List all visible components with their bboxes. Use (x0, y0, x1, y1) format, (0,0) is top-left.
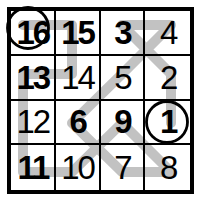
cell-r3c3[interactable]: 9 (101, 101, 146, 146)
cell-r3c1[interactable]: 12 (11, 101, 56, 146)
cell-r1c4[interactable]: 4 (145, 11, 190, 56)
puzzle-board: 16153413145212691111078 (7, 7, 194, 194)
cell-r1c2[interactable]: 15 (56, 11, 101, 56)
cell-r4c3[interactable]: 7 (101, 145, 146, 190)
cell-r2c2[interactable]: 14 (56, 56, 101, 101)
cell-r1c3[interactable]: 3 (101, 11, 146, 56)
cell-r4c4[interactable]: 8 (145, 145, 190, 190)
cell-r2c3[interactable]: 5 (101, 56, 146, 101)
cell-r4c1[interactable]: 11 (11, 145, 56, 190)
cell-r3c2[interactable]: 6 (56, 101, 101, 146)
hidato-puzzle: 16153413145212691111078 (0, 0, 200, 200)
puzzle-grid: 16153413145212691111078 (11, 11, 190, 190)
cell-r2c1[interactable]: 13 (11, 56, 56, 101)
cell-r4c2[interactable]: 10 (56, 145, 101, 190)
cell-r2c4[interactable]: 2 (145, 56, 190, 101)
cell-r3c4[interactable]: 1 (145, 101, 190, 146)
cell-r1c1[interactable]: 16 (11, 11, 56, 56)
